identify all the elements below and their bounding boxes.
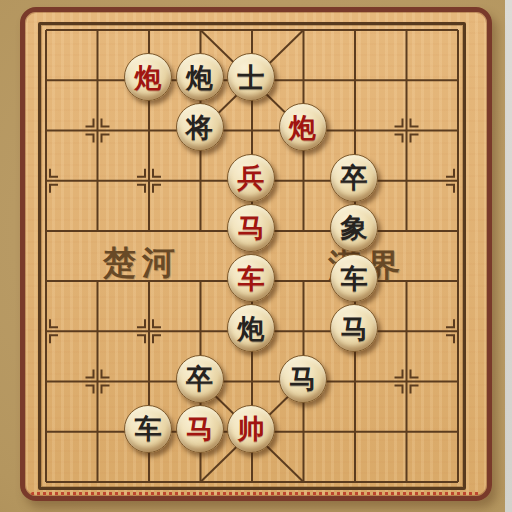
piece-black-cannon[interactable]: 炮 [227,304,275,352]
piece-black-chariot[interactable]: 车 [124,405,172,453]
piece-black-elephant[interactable]: 象 [330,204,378,252]
piece-black-soldier[interactable]: 卒 [176,355,224,403]
piece-black-advisor[interactable]: 士 [227,53,275,101]
piece-red-general[interactable]: 帅 [227,405,275,453]
piece-black-horse[interactable]: 马 [279,355,327,403]
piece-red-horse[interactable]: 马 [227,204,275,252]
board-stitch-decoration [31,492,481,495]
piece-red-horse[interactable]: 马 [176,405,224,453]
piece-black-general[interactable]: 将 [176,103,224,151]
piece-red-cannon[interactable]: 炮 [124,53,172,101]
window-edge-strip [505,0,512,512]
piece-black-cannon[interactable]: 炮 [176,53,224,101]
piece-red-chariot[interactable]: 车 [227,254,275,302]
xiangqi-board[interactable]: 楚河 漢界 炮炮士将炮兵卒马象车车炮马卒马车马帅 [20,7,492,501]
piece-red-cannon[interactable]: 炮 [279,103,327,151]
piece-black-horse[interactable]: 马 [330,304,378,352]
xiangqi-app: 楚河 漢界 炮炮士将炮兵卒马象车车炮马卒马车马帅 [0,0,512,512]
board-grid[interactable]: 楚河 漢界 炮炮士将炮兵卒马象车车炮马卒马车马帅 [46,30,458,482]
piece-black-soldier[interactable]: 卒 [330,154,378,202]
piece-red-soldier[interactable]: 兵 [227,154,275,202]
piece-black-chariot[interactable]: 车 [330,254,378,302]
